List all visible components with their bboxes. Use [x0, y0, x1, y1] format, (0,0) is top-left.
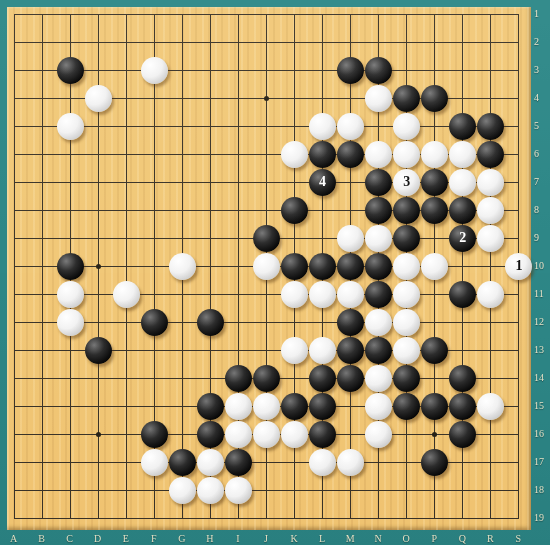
white-stone-F3[interactable] [141, 57, 168, 84]
row-label-9: 9 [534, 232, 548, 244]
go-board[interactable]: 4321 [7, 7, 531, 530]
row-label-16: 16 [534, 428, 548, 440]
black-stone-Q8[interactable] [449, 197, 476, 224]
white-stone-C5[interactable] [57, 113, 84, 140]
white-stone-D4[interactable] [85, 85, 112, 112]
white-stone-O6[interactable] [393, 141, 420, 168]
col-label-J: J [256, 533, 276, 544]
row-label-18: 18 [534, 484, 548, 496]
grid-line [14, 294, 520, 295]
white-stone-C12[interactable] [57, 309, 84, 336]
white-stone-F17[interactable] [141, 449, 168, 476]
grid-line [14, 518, 520, 519]
col-label-N: N [368, 533, 388, 544]
white-stone-E11[interactable] [113, 281, 140, 308]
black-stone-N8[interactable] [365, 197, 392, 224]
star-point [264, 96, 269, 101]
black-stone-O4[interactable] [393, 85, 420, 112]
white-stone-O5[interactable] [393, 113, 420, 140]
black-stone-K10[interactable] [281, 253, 308, 280]
grid-line [14, 322, 520, 323]
black-stone-I14[interactable] [225, 365, 252, 392]
star-point [96, 264, 101, 269]
black-stone-M3[interactable] [337, 57, 364, 84]
black-stone-N11[interactable] [365, 281, 392, 308]
white-stone-G10[interactable] [169, 253, 196, 280]
black-stone-K8[interactable] [281, 197, 308, 224]
move-number-label: 4 [319, 175, 326, 189]
move-number-label: 3 [403, 175, 410, 189]
white-stone-M5[interactable] [337, 113, 364, 140]
black-stone-F16[interactable] [141, 421, 168, 448]
move-number-label: 2 [459, 231, 466, 245]
row-label-13: 13 [534, 344, 548, 356]
black-stone-P8[interactable] [421, 197, 448, 224]
white-stone-O10[interactable] [393, 253, 420, 280]
row-label-15: 15 [534, 400, 548, 412]
black-stone-L10[interactable] [309, 253, 336, 280]
black-stone-O9[interactable] [393, 225, 420, 252]
black-stone-H12[interactable] [197, 309, 224, 336]
col-label-F: F [144, 533, 164, 544]
col-label-B: B [32, 533, 52, 544]
black-stone-M13[interactable] [337, 337, 364, 364]
col-label-E: E [116, 533, 136, 544]
white-stone-K13[interactable] [281, 337, 308, 364]
col-label-S: S [508, 533, 528, 544]
white-stone-N9[interactable] [365, 225, 392, 252]
black-stone-J14[interactable] [253, 365, 280, 392]
row-label-3: 3 [534, 64, 548, 76]
white-stone-N4[interactable] [365, 85, 392, 112]
white-stone-O7[interactable]: 3 [393, 169, 420, 196]
white-stone-I16[interactable] [225, 421, 252, 448]
row-label-7: 7 [534, 176, 548, 188]
white-stone-J16[interactable] [253, 421, 280, 448]
white-stone-L13[interactable] [309, 337, 336, 364]
black-stone-G17[interactable] [169, 449, 196, 476]
row-label-11: 11 [534, 288, 548, 300]
white-stone-Q7[interactable] [449, 169, 476, 196]
row-label-1: 1 [534, 8, 548, 20]
row-label-4: 4 [534, 92, 548, 104]
white-stone-I15[interactable] [225, 393, 252, 420]
row-label-2: 2 [534, 36, 548, 48]
black-stone-J9[interactable] [253, 225, 280, 252]
col-label-K: K [284, 533, 304, 544]
go-board-app: 4321 ABCDEFGHIJKLMNOPQRS 123456789101112… [0, 0, 550, 545]
row-label-12: 12 [534, 316, 548, 328]
white-stone-M11[interactable] [337, 281, 364, 308]
move-number-label: 1 [515, 259, 522, 273]
white-stone-J10[interactable] [253, 253, 280, 280]
col-label-A: A [4, 533, 24, 544]
col-label-C: C [60, 533, 80, 544]
star-point [432, 432, 437, 437]
row-label-6: 6 [534, 148, 548, 160]
white-stone-H17[interactable] [197, 449, 224, 476]
white-stone-J15[interactable] [253, 393, 280, 420]
black-stone-O8[interactable] [393, 197, 420, 224]
row-label-19: 19 [534, 512, 548, 524]
col-label-H: H [200, 533, 220, 544]
black-stone-M10[interactable] [337, 253, 364, 280]
white-stone-M9[interactable] [337, 225, 364, 252]
white-stone-K11[interactable] [281, 281, 308, 308]
black-stone-N7[interactable] [365, 169, 392, 196]
row-label-17: 17 [534, 456, 548, 468]
grid-line [490, 14, 491, 520]
col-label-O: O [396, 533, 416, 544]
col-label-I: I [228, 533, 248, 544]
black-stone-Q9[interactable]: 2 [449, 225, 476, 252]
black-stone-M6[interactable] [337, 141, 364, 168]
white-stone-N12[interactable] [365, 309, 392, 336]
black-stone-R6[interactable] [477, 141, 504, 168]
white-stone-K6[interactable] [281, 141, 308, 168]
black-stone-M12[interactable] [337, 309, 364, 336]
row-label-5: 5 [534, 120, 548, 132]
white-stone-P10[interactable] [421, 253, 448, 280]
col-label-R: R [480, 533, 500, 544]
white-stone-G18[interactable] [169, 477, 196, 504]
black-stone-H16[interactable] [197, 421, 224, 448]
star-point [96, 432, 101, 437]
black-stone-P4[interactable] [421, 85, 448, 112]
white-stone-L5[interactable] [309, 113, 336, 140]
col-label-P: P [424, 533, 444, 544]
white-stone-R8[interactable] [477, 197, 504, 224]
grid-line [14, 490, 520, 491]
white-stone-P6[interactable] [421, 141, 448, 168]
col-label-Q: Q [452, 533, 472, 544]
white-stone-L11[interactable] [309, 281, 336, 308]
row-label-14: 14 [534, 372, 548, 384]
white-stone-C11[interactable] [57, 281, 84, 308]
black-stone-C10[interactable] [57, 253, 84, 280]
black-stone-N10[interactable] [365, 253, 392, 280]
black-stone-L7[interactable]: 4 [309, 169, 336, 196]
white-stone-O11[interactable] [393, 281, 420, 308]
col-label-M: M [340, 533, 360, 544]
black-stone-L6[interactable] [309, 141, 336, 168]
col-label-D: D [88, 533, 108, 544]
black-stone-N3[interactable] [365, 57, 392, 84]
white-stone-Q6[interactable] [449, 141, 476, 168]
white-stone-N6[interactable] [365, 141, 392, 168]
col-label-L: L [312, 533, 332, 544]
white-stone-H18[interactable] [197, 477, 224, 504]
black-stone-L14[interactable] [309, 365, 336, 392]
black-stone-R5[interactable] [477, 113, 504, 140]
black-stone-K15[interactable] [281, 393, 308, 420]
black-stone-I17[interactable] [225, 449, 252, 476]
black-stone-P7[interactable] [421, 169, 448, 196]
black-stone-F12[interactable] [141, 309, 168, 336]
row-label-8: 8 [534, 204, 548, 216]
black-stone-D13[interactable] [85, 337, 112, 364]
black-stone-C3[interactable] [57, 57, 84, 84]
black-stone-H15[interactable] [197, 393, 224, 420]
white-stone-R7[interactable] [477, 169, 504, 196]
col-label-G: G [172, 533, 192, 544]
black-stone-Q5[interactable] [449, 113, 476, 140]
row-label-10: 10 [534, 260, 548, 272]
